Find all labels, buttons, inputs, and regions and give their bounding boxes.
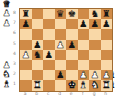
square-g1[interactable]: ♞: [89, 80, 101, 90]
rank-label: 4: [12, 49, 17, 59]
square-b4[interactable]: ♞: [32, 50, 44, 60]
file-label: e: [66, 91, 78, 97]
square-g6[interactable]: [89, 29, 101, 39]
square-a2[interactable]: [20, 70, 32, 80]
square-b3[interactable]: [32, 60, 44, 70]
square-d4[interactable]: [55, 50, 67, 60]
square-d5[interactable]: ♟: [55, 40, 67, 50]
square-b7[interactable]: [32, 19, 44, 29]
square-c1[interactable]: [43, 80, 55, 90]
piece-black-pawn[interactable]: ♟: [56, 70, 65, 80]
square-a3[interactable]: [20, 60, 32, 70]
square-f5[interactable]: [78, 40, 90, 50]
rank-label: 5: [12, 39, 17, 49]
square-g7[interactable]: ♟: [89, 19, 101, 29]
square-b1[interactable]: ♜: [32, 80, 44, 90]
piece-black-pawn[interactable]: ♟: [44, 50, 53, 60]
square-e7[interactable]: [66, 19, 78, 29]
piece-black-pawn[interactable]: ♟: [21, 19, 30, 29]
piece-white-pawn[interactable]: ♟: [21, 50, 30, 60]
square-a4[interactable]: ♟: [20, 50, 32, 60]
square-c8[interactable]: [43, 9, 55, 19]
piece-white-rook[interactable]: ♜: [102, 80, 111, 90]
rank-label: 7: [12, 18, 17, 28]
square-e8[interactable]: ♚: [66, 9, 78, 19]
piece-black-knight[interactable]: ♞: [33, 50, 42, 60]
file-label: c: [43, 91, 55, 97]
file-label: a: [20, 91, 32, 97]
square-e1[interactable]: ♚: [66, 80, 78, 90]
chess-board: ♜♛♚♞♜♟♟♟♟♟♟♟♟♞♟♟♟♟♟♜♚♝♞♜: [19, 8, 113, 92]
square-f6[interactable]: [78, 29, 90, 39]
piece-white-knight[interactable]: ♞: [90, 80, 99, 90]
square-b8[interactable]: [32, 9, 44, 19]
file-label: g: [89, 91, 101, 97]
square-c2[interactable]: [43, 70, 55, 80]
square-c6[interactable]: [43, 29, 55, 39]
piece-black-pawn[interactable]: ♟: [90, 19, 99, 29]
square-c7[interactable]: [43, 19, 55, 29]
square-g5[interactable]: [89, 40, 101, 50]
square-d2[interactable]: ♟: [55, 70, 67, 80]
piece-black-pawn[interactable]: ♟: [79, 19, 88, 29]
square-c3[interactable]: [43, 60, 55, 70]
piece-black-king[interactable]: ♚: [67, 9, 76, 19]
rank-label: 2: [12, 69, 17, 79]
square-d1[interactable]: [55, 80, 67, 90]
file-label: f: [77, 91, 89, 97]
square-a7[interactable]: ♟: [20, 19, 32, 29]
square-h5[interactable]: [101, 40, 113, 50]
piece-black-pawn[interactable]: ♟: [67, 40, 76, 50]
square-h1[interactable]: ♜: [101, 80, 113, 90]
square-f4[interactable]: [78, 50, 90, 60]
square-e4[interactable]: [66, 50, 78, 60]
piece-black-queen[interactable]: ♛: [56, 9, 65, 19]
square-h4[interactable]: [101, 50, 113, 60]
square-h7[interactable]: ♟: [101, 19, 113, 29]
square-a6[interactable]: [20, 29, 32, 39]
rank-label: 1: [12, 79, 17, 89]
square-a1[interactable]: [20, 80, 32, 90]
file-label: d: [54, 91, 66, 97]
piece-white-pawn[interactable]: ♟: [56, 40, 65, 50]
piece-white-king[interactable]: ♚: [67, 80, 76, 90]
square-f7[interactable]: ♟: [78, 19, 90, 29]
piece-black-pawn[interactable]: ♟: [102, 19, 111, 29]
piece-white-bishop[interactable]: ♝: [79, 80, 88, 90]
square-c4[interactable]: ♟: [43, 50, 55, 60]
file-label: h: [100, 91, 112, 97]
square-d8[interactable]: ♛: [55, 9, 67, 19]
rank-label: 8: [12, 8, 17, 18]
file-label: b: [31, 91, 43, 97]
square-g4[interactable]: [89, 50, 101, 60]
rank-label: 3: [12, 59, 17, 69]
piece-white-rook[interactable]: ♜: [33, 80, 42, 90]
chess-app: { "game": "chess", "position": { "fen": …: [0, 0, 120, 101]
square-e3[interactable]: [66, 60, 78, 70]
square-h6[interactable]: [101, 29, 113, 39]
square-d7[interactable]: [55, 19, 67, 29]
square-f1[interactable]: ♝: [78, 80, 90, 90]
square-e5[interactable]: ♟: [66, 40, 78, 50]
rank-label: 6: [12, 28, 17, 38]
